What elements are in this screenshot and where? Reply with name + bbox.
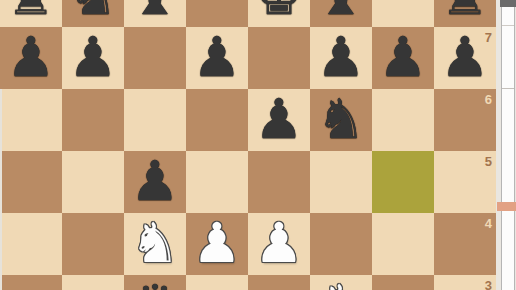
square-d7[interactable]: ♟ [186, 27, 248, 89]
square-c6[interactable] [124, 89, 186, 151]
square-b5[interactable] [62, 151, 124, 213]
square-e7[interactable] [248, 27, 310, 89]
white-pawn-d4[interactable]: ♟ [186, 213, 248, 275]
square-g8[interactable] [372, 0, 434, 27]
square-e8[interactable]: ♚ [248, 0, 310, 27]
scrollbar-separator [502, 88, 514, 89]
square-e5[interactable] [248, 151, 310, 213]
white-knight-f3[interactable]: ♞ [310, 275, 372, 290]
white-knight-c4[interactable]: ♞ [124, 213, 186, 275]
square-h3[interactable] [434, 275, 496, 290]
square-e3[interactable] [248, 275, 310, 290]
scrollbar-track[interactable] [501, 0, 515, 290]
black-pawn-c5[interactable]: ♟ [124, 151, 186, 213]
square-g7[interactable]: ♟ [372, 27, 434, 89]
black-rook-h8[interactable]: ♜ [434, 0, 496, 27]
black-knight-b8[interactable]: ♞ [62, 0, 124, 27]
square-b4[interactable] [62, 213, 124, 275]
square-b8[interactable]: ♞ [62, 0, 124, 27]
square-d3[interactable] [186, 275, 248, 290]
black-pawn-f7[interactable]: ♟ [310, 27, 372, 89]
square-f7[interactable]: ♟ [310, 27, 372, 89]
screenshot-stage: ♜♞♝♚♝♜♟♟♟♟♟♟♟♞♟♞♟♟♛♞ 76543 [0, 0, 516, 290]
square-a4[interactable] [0, 213, 62, 275]
black-king-e8[interactable]: ♚ [248, 0, 310, 27]
square-d4[interactable]: ♟ [186, 213, 248, 275]
black-pawn-b7[interactable]: ♟ [62, 27, 124, 89]
square-f3[interactable]: ♞ [310, 275, 372, 290]
square-e6[interactable]: ♟ [248, 89, 310, 151]
black-bishop-f8[interactable]: ♝ [310, 0, 372, 27]
square-a7[interactable]: ♟ [0, 27, 62, 89]
square-b6[interactable] [62, 89, 124, 151]
square-c4[interactable]: ♞ [124, 213, 186, 275]
black-pawn-g7[interactable]: ♟ [372, 27, 434, 89]
square-f5[interactable] [310, 151, 372, 213]
square-h5[interactable] [434, 151, 496, 213]
black-knight-f6[interactable]: ♞ [310, 89, 372, 151]
square-a3[interactable] [0, 275, 62, 290]
square-a6[interactable] [0, 89, 62, 151]
square-d6[interactable] [186, 89, 248, 151]
left-page-edge [0, 89, 2, 290]
square-f8[interactable]: ♝ [310, 0, 372, 27]
scrollbar-position-marker [497, 202, 516, 211]
square-b7[interactable]: ♟ [62, 27, 124, 89]
square-f4[interactable] [310, 213, 372, 275]
black-rook-a8[interactable]: ♜ [0, 0, 62, 27]
square-g3[interactable] [372, 275, 434, 290]
square-h6[interactable] [434, 89, 496, 151]
square-g4[interactable] [372, 213, 434, 275]
black-bishop-c8[interactable]: ♝ [124, 0, 186, 27]
square-h8[interactable]: ♜ [434, 0, 496, 27]
square-a5[interactable] [0, 151, 62, 213]
square-c3[interactable]: ♛ [124, 275, 186, 290]
square-c7[interactable] [124, 27, 186, 89]
square-h7[interactable]: ♟ [434, 27, 496, 89]
square-a8[interactable]: ♜ [0, 0, 62, 27]
chess-board[interactable]: ♜♞♝♚♝♜♟♟♟♟♟♟♟♞♟♞♟♟♛♞ [0, 0, 496, 290]
scrollbar-separator [502, 25, 514, 26]
square-e4[interactable]: ♟ [248, 213, 310, 275]
square-d5[interactable] [186, 151, 248, 213]
square-h4[interactable] [434, 213, 496, 275]
black-pawn-d7[interactable]: ♟ [186, 27, 248, 89]
square-b3[interactable] [62, 275, 124, 290]
square-f6[interactable]: ♞ [310, 89, 372, 151]
square-c5[interactable]: ♟ [124, 151, 186, 213]
scrollbar-top-cap[interactable] [500, 0, 516, 7]
white-pawn-e4[interactable]: ♟ [248, 213, 310, 275]
square-c8[interactable]: ♝ [124, 0, 186, 27]
black-pawn-h7[interactable]: ♟ [434, 27, 496, 89]
square-d8[interactable] [186, 0, 248, 27]
black-queen-c3[interactable]: ♛ [124, 275, 186, 290]
square-g5[interactable] [372, 151, 434, 213]
black-pawn-a7[interactable]: ♟ [0, 27, 62, 89]
black-pawn-e6[interactable]: ♟ [248, 89, 310, 151]
square-g6[interactable] [372, 89, 434, 151]
